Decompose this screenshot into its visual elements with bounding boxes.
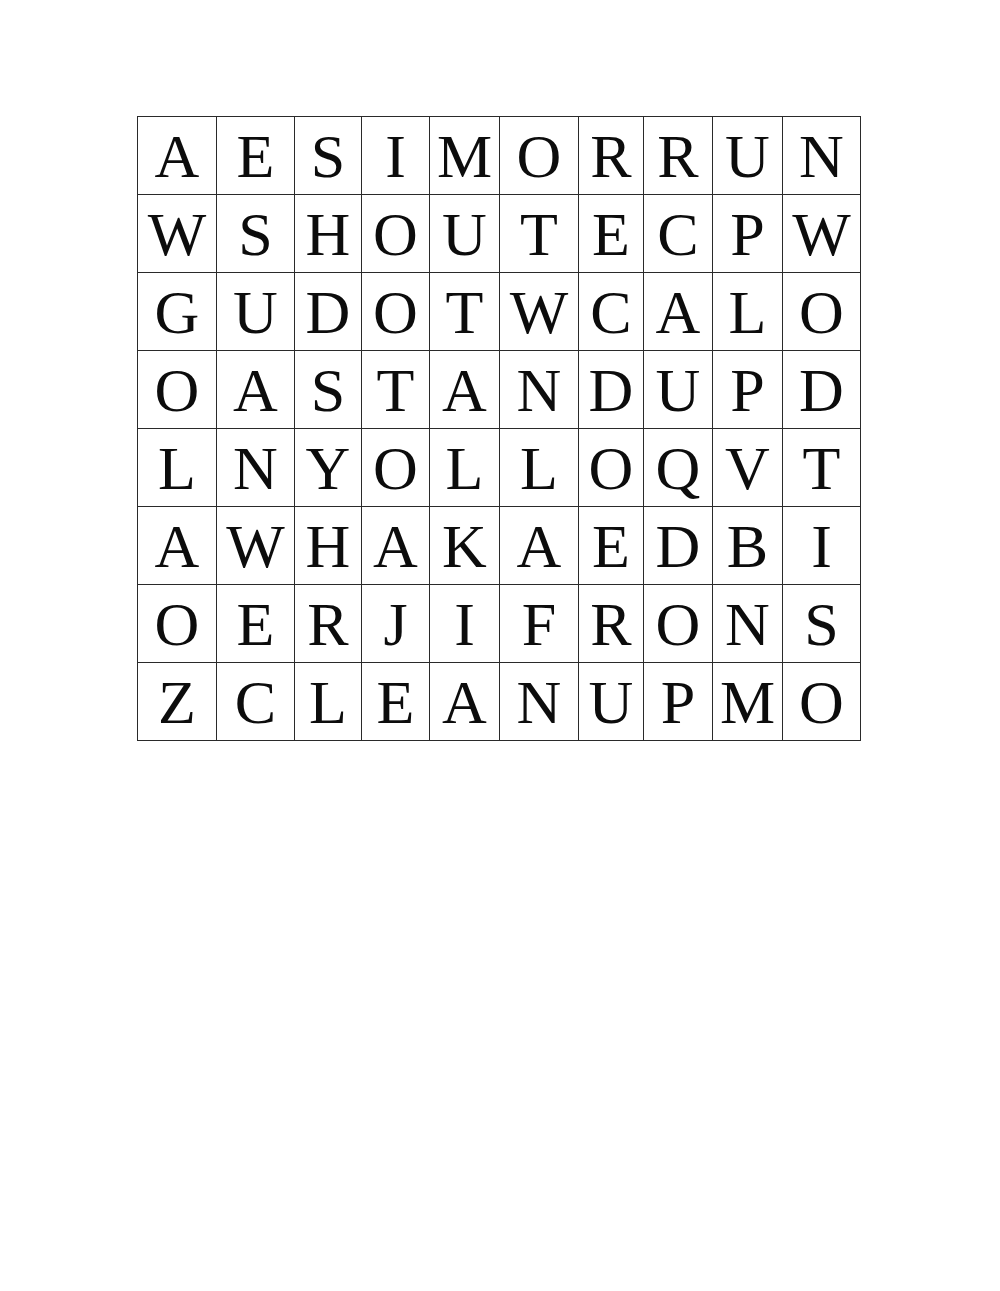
cell-r3c2[interactable]: U <box>217 273 295 351</box>
cell-r2c3[interactable]: H <box>295 195 362 273</box>
cell-r4c9[interactable]: P <box>713 351 783 429</box>
cell-r4c6[interactable]: N <box>500 351 579 429</box>
cell-r2c8[interactable]: C <box>644 195 713 273</box>
cell-r8c5[interactable]: A <box>430 663 500 741</box>
cell-r3c8[interactable]: A <box>644 273 713 351</box>
cell-r7c9[interactable]: N <box>713 585 783 663</box>
cell-r8c7[interactable]: U <box>579 663 644 741</box>
cell-r1c8[interactable]: R <box>644 117 713 195</box>
cell-r3c1[interactable]: G <box>138 273 217 351</box>
cell-r3c10[interactable]: O <box>783 273 861 351</box>
cell-r2c5[interactable]: U <box>430 195 500 273</box>
cell-r8c10[interactable]: O <box>783 663 861 741</box>
cell-r2c2[interactable]: S <box>217 195 295 273</box>
cell-r3c7[interactable]: C <box>579 273 644 351</box>
cell-r1c6[interactable]: O <box>500 117 579 195</box>
cell-r4c10[interactable]: D <box>783 351 861 429</box>
cell-r5c6[interactable]: L <box>500 429 579 507</box>
cell-r1c5[interactable]: M <box>430 117 500 195</box>
cell-r8c9[interactable]: M <box>713 663 783 741</box>
cell-r5c5[interactable]: L <box>430 429 500 507</box>
cell-r6c10[interactable]: I <box>783 507 861 585</box>
cell-r4c5[interactable]: A <box>430 351 500 429</box>
cell-r2c9[interactable]: P <box>713 195 783 273</box>
cell-r7c3[interactable]: R <box>295 585 362 663</box>
cell-r7c8[interactable]: O <box>644 585 713 663</box>
cell-r2c1[interactable]: W <box>138 195 217 273</box>
cell-r6c6[interactable]: A <box>500 507 579 585</box>
cell-r1c4[interactable]: I <box>362 117 430 195</box>
cell-r1c9[interactable]: U <box>713 117 783 195</box>
cell-r1c2[interactable]: E <box>217 117 295 195</box>
cell-r6c8[interactable]: D <box>644 507 713 585</box>
cell-r3c4[interactable]: O <box>362 273 430 351</box>
cell-r5c10[interactable]: T <box>783 429 861 507</box>
cell-r1c1[interactable]: A <box>138 117 217 195</box>
cell-r6c7[interactable]: E <box>579 507 644 585</box>
cell-r4c4[interactable]: T <box>362 351 430 429</box>
cell-r6c9[interactable]: B <box>713 507 783 585</box>
cell-r2c7[interactable]: E <box>579 195 644 273</box>
cell-r2c6[interactable]: T <box>500 195 579 273</box>
cell-r7c10[interactable]: S <box>783 585 861 663</box>
cell-r2c10[interactable]: W <box>783 195 861 273</box>
cell-r6c3[interactable]: H <box>295 507 362 585</box>
cell-r4c1[interactable]: O <box>138 351 217 429</box>
cell-r8c4[interactable]: E <box>362 663 430 741</box>
cell-r4c3[interactable]: S <box>295 351 362 429</box>
cell-r5c2[interactable]: N <box>217 429 295 507</box>
cell-r1c10[interactable]: N <box>783 117 861 195</box>
cell-r6c1[interactable]: A <box>138 507 217 585</box>
cell-r4c8[interactable]: U <box>644 351 713 429</box>
cell-r8c3[interactable]: L <box>295 663 362 741</box>
cell-r8c8[interactable]: P <box>644 663 713 741</box>
cell-r7c2[interactable]: E <box>217 585 295 663</box>
cell-r6c4[interactable]: A <box>362 507 430 585</box>
cell-r1c3[interactable]: S <box>295 117 362 195</box>
cell-r8c1[interactable]: Z <box>138 663 217 741</box>
cell-r5c8[interactable]: Q <box>644 429 713 507</box>
cell-r6c2[interactable]: W <box>217 507 295 585</box>
cell-r3c9[interactable]: L <box>713 273 783 351</box>
cell-r5c7[interactable]: O <box>579 429 644 507</box>
cell-r7c6[interactable]: F <box>500 585 579 663</box>
cell-r6c5[interactable]: K <box>430 507 500 585</box>
cell-r5c1[interactable]: L <box>138 429 217 507</box>
cell-r5c4[interactable]: O <box>362 429 430 507</box>
cell-r3c6[interactable]: W <box>500 273 579 351</box>
cell-r4c7[interactable]: D <box>579 351 644 429</box>
cell-r3c5[interactable]: T <box>430 273 500 351</box>
cell-r8c6[interactable]: N <box>500 663 579 741</box>
cell-r5c9[interactable]: V <box>713 429 783 507</box>
cell-r3c3[interactable]: D <box>295 273 362 351</box>
cell-r7c7[interactable]: R <box>579 585 644 663</box>
word-search-grid: AESIMORRUNWSHOUTECPWGUDOTWCALOOASTANDUPD… <box>137 116 861 741</box>
cell-r4c2[interactable]: A <box>217 351 295 429</box>
cell-r7c4[interactable]: J <box>362 585 430 663</box>
worksheet-page: AESIMORRUNWSHOUTECPWGUDOTWCALOOASTANDUPD… <box>0 0 1000 1291</box>
cell-r7c1[interactable]: O <box>138 585 217 663</box>
cell-r2c4[interactable]: O <box>362 195 430 273</box>
cell-r5c3[interactable]: Y <box>295 429 362 507</box>
cell-r8c2[interactable]: C <box>217 663 295 741</box>
cell-r1c7[interactable]: R <box>579 117 644 195</box>
cell-r7c5[interactable]: I <box>430 585 500 663</box>
